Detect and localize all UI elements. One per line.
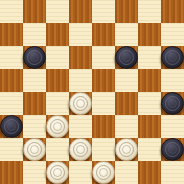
square-r4c2 xyxy=(46,92,69,115)
square-r2c2 xyxy=(46,46,69,69)
square-r1c6[interactable] xyxy=(138,23,161,46)
square-r2c7[interactable] xyxy=(161,46,184,69)
square-r5c3 xyxy=(69,115,92,138)
square-r6c4 xyxy=(92,138,115,161)
square-r6c2 xyxy=(46,138,69,161)
square-r4c3[interactable] xyxy=(69,92,92,115)
black-man[interactable] xyxy=(161,92,184,115)
square-r2c5[interactable] xyxy=(115,46,138,69)
square-r1c3 xyxy=(69,23,92,46)
square-r0c1[interactable] xyxy=(23,0,46,23)
square-r1c5 xyxy=(115,23,138,46)
square-r1c4[interactable] xyxy=(92,23,115,46)
square-r2c6 xyxy=(138,46,161,69)
black-man[interactable] xyxy=(23,46,46,69)
square-r0c3[interactable] xyxy=(69,0,92,23)
square-r5c4[interactable] xyxy=(92,115,115,138)
square-r0c6 xyxy=(138,0,161,23)
white-man[interactable] xyxy=(92,161,115,184)
square-r6c5[interactable] xyxy=(115,138,138,161)
square-r2c0 xyxy=(0,46,23,69)
square-r5c1 xyxy=(23,115,46,138)
square-r2c1[interactable] xyxy=(23,46,46,69)
square-r6c0 xyxy=(0,138,23,161)
square-r4c0 xyxy=(0,92,23,115)
square-r5c2[interactable] xyxy=(46,115,69,138)
white-man[interactable] xyxy=(46,161,69,184)
square-r3c3 xyxy=(69,69,92,92)
square-r2c4 xyxy=(92,46,115,69)
square-r7c0[interactable] xyxy=(0,161,23,184)
square-r5c0[interactable] xyxy=(0,115,23,138)
square-r7c6[interactable] xyxy=(138,161,161,184)
white-man[interactable] xyxy=(115,138,138,161)
black-man[interactable] xyxy=(161,138,184,161)
square-r6c3[interactable] xyxy=(69,138,92,161)
square-r1c2[interactable] xyxy=(46,23,69,46)
square-r3c5 xyxy=(115,69,138,92)
black-man[interactable] xyxy=(161,46,184,69)
square-r5c6[interactable] xyxy=(138,115,161,138)
white-man[interactable] xyxy=(46,115,69,138)
square-r7c1 xyxy=(23,161,46,184)
square-r3c6[interactable] xyxy=(138,69,161,92)
square-r7c3 xyxy=(69,161,92,184)
square-r3c7 xyxy=(161,69,184,92)
square-r4c7[interactable] xyxy=(161,92,184,115)
square-r0c4 xyxy=(92,0,115,23)
square-r3c2[interactable] xyxy=(46,69,69,92)
square-r0c2 xyxy=(46,0,69,23)
square-r6c1[interactable] xyxy=(23,138,46,161)
square-r3c1 xyxy=(23,69,46,92)
black-man[interactable] xyxy=(0,115,23,138)
white-man[interactable] xyxy=(69,138,92,161)
square-r7c2[interactable] xyxy=(46,161,69,184)
square-r7c5 xyxy=(115,161,138,184)
square-r6c6 xyxy=(138,138,161,161)
square-r2c3[interactable] xyxy=(69,46,92,69)
square-r0c0 xyxy=(0,0,23,23)
square-r6c7[interactable] xyxy=(161,138,184,161)
black-man[interactable] xyxy=(115,46,138,69)
square-r4c4 xyxy=(92,92,115,115)
square-r0c7[interactable] xyxy=(161,0,184,23)
square-r4c1[interactable] xyxy=(23,92,46,115)
square-r3c4[interactable] xyxy=(92,69,115,92)
square-r7c4[interactable] xyxy=(92,161,115,184)
white-man[interactable] xyxy=(69,92,92,115)
square-r1c7 xyxy=(161,23,184,46)
white-man[interactable] xyxy=(23,138,46,161)
square-r5c5 xyxy=(115,115,138,138)
square-r0c5[interactable] xyxy=(115,0,138,23)
checkers-board xyxy=(0,0,184,184)
square-r5c7 xyxy=(161,115,184,138)
square-r1c1 xyxy=(23,23,46,46)
square-r7c7 xyxy=(161,161,184,184)
square-r4c5[interactable] xyxy=(115,92,138,115)
square-r3c0[interactable] xyxy=(0,69,23,92)
square-r4c6 xyxy=(138,92,161,115)
square-r1c0[interactable] xyxy=(0,23,23,46)
